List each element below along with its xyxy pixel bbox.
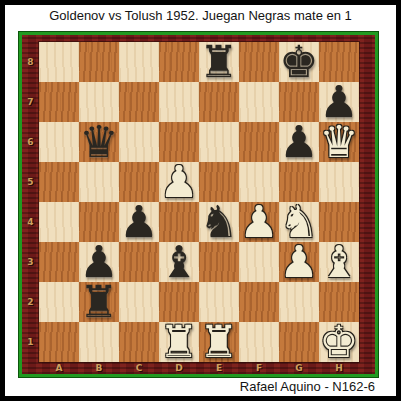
file-label-d: D <box>159 362 199 374</box>
square-b3: ♟ <box>79 242 119 282</box>
square-b7 <box>79 82 119 122</box>
square-c8 <box>119 42 159 82</box>
square-c7 <box>119 82 159 122</box>
square-b1 <box>79 322 119 362</box>
black-rook-b2: ♜ <box>79 282 118 322</box>
square-d5: ♟ <box>159 162 199 202</box>
puzzle-title: Goldenov vs Tolush 1952. Juegan Negras m… <box>0 8 401 23</box>
square-f5 <box>239 162 279 202</box>
white-king-h1: ♚ <box>319 322 358 362</box>
black-pawn-b3: ♟ <box>79 242 118 282</box>
square-g8: ♚ <box>279 42 319 82</box>
square-h1: ♚ <box>319 322 359 362</box>
square-f2 <box>239 282 279 322</box>
square-a2 <box>39 282 79 322</box>
black-knight-e4: ♞ <box>199 202 238 242</box>
square-h4 <box>319 202 359 242</box>
square-a8 <box>39 42 79 82</box>
white-rook-d1: ♜ <box>159 322 198 362</box>
square-g3: ♟ <box>279 242 319 282</box>
rank-label-7: 7 <box>22 82 39 122</box>
square-g4: ♞ <box>279 202 319 242</box>
file-labels: ABCDEFGH <box>39 362 359 374</box>
square-b4 <box>79 202 119 242</box>
square-d2 <box>159 282 199 322</box>
rank-label-8: 8 <box>22 42 39 82</box>
square-a4 <box>39 202 79 242</box>
square-h2 <box>319 282 359 322</box>
white-pawn-d5: ♟ <box>159 162 198 202</box>
file-label-a: A <box>39 362 79 374</box>
white-knight-g4: ♞ <box>279 202 318 242</box>
rank-label-2: 2 <box>22 282 39 322</box>
black-bishop-d3: ♝ <box>159 242 198 282</box>
white-queen-h6: ♛ <box>319 122 358 162</box>
chess-puzzle-card: Goldenov vs Tolush 1952. Juegan Negras m… <box>0 0 401 401</box>
black-queen-b6: ♛ <box>79 122 118 162</box>
file-label-e: E <box>199 362 239 374</box>
square-g2 <box>279 282 319 322</box>
square-b5 <box>79 162 119 202</box>
file-label-h: H <box>319 362 359 374</box>
square-c5 <box>119 162 159 202</box>
square-e6 <box>199 122 239 162</box>
square-a1 <box>39 322 79 362</box>
black-pawn-g6: ♟ <box>279 122 318 162</box>
file-label-f: F <box>239 362 279 374</box>
rank-label-1: 1 <box>22 322 39 362</box>
white-rook-e1: ♜ <box>199 322 238 362</box>
square-h6: ♛ <box>319 122 359 162</box>
black-rook-e8: ♜ <box>199 42 238 82</box>
square-g1 <box>279 322 319 362</box>
white-pawn-g3: ♟ <box>279 242 318 282</box>
square-f3 <box>239 242 279 282</box>
rank-labels: 87654321 <box>22 42 39 362</box>
square-c3 <box>119 242 159 282</box>
square-c4: ♟ <box>119 202 159 242</box>
square-e1: ♜ <box>199 322 239 362</box>
square-h5 <box>319 162 359 202</box>
square-e2 <box>199 282 239 322</box>
square-b2: ♜ <box>79 282 119 322</box>
square-d1: ♜ <box>159 322 199 362</box>
square-e8: ♜ <box>199 42 239 82</box>
square-f1 <box>239 322 279 362</box>
file-label-g: G <box>279 362 319 374</box>
square-e4: ♞ <box>199 202 239 242</box>
chess-board: ♜♚♟♛♟♛♟♟♞♟♞♟♝♟♝♜♜♜♚ <box>39 42 359 362</box>
square-h7: ♟ <box>319 82 359 122</box>
rank-label-3: 3 <box>22 242 39 282</box>
square-b8 <box>79 42 119 82</box>
black-pawn-c4: ♟ <box>119 202 158 242</box>
square-g5 <box>279 162 319 202</box>
rank-label-5: 5 <box>22 162 39 202</box>
square-g7 <box>279 82 319 122</box>
square-f8 <box>239 42 279 82</box>
black-pawn-h7: ♟ <box>319 82 358 122</box>
square-e3 <box>199 242 239 282</box>
square-h8 <box>319 42 359 82</box>
square-e7 <box>199 82 239 122</box>
chess-board-diagram: 87654321 ♜♚♟♛♟♛♟♟♞♟♞♟♝♟♝♜♜♜♚ ABCDEFGH <box>19 32 378 377</box>
square-e5 <box>199 162 239 202</box>
square-c2 <box>119 282 159 322</box>
square-a3 <box>39 242 79 282</box>
square-b6: ♛ <box>79 122 119 162</box>
square-d4 <box>159 202 199 242</box>
white-pawn-f4: ♟ <box>239 202 278 242</box>
black-king-g8: ♚ <box>279 42 318 82</box>
square-c1 <box>119 322 159 362</box>
square-a6 <box>39 122 79 162</box>
rank-label-6: 6 <box>22 122 39 162</box>
square-f7 <box>239 82 279 122</box>
square-f4: ♟ <box>239 202 279 242</box>
square-d8 <box>159 42 199 82</box>
rank-label-4: 4 <box>22 202 39 242</box>
square-d7 <box>159 82 199 122</box>
square-a7 <box>39 82 79 122</box>
file-label-b: B <box>79 362 119 374</box>
white-bishop-h3: ♝ <box>319 242 358 282</box>
square-a5 <box>39 162 79 202</box>
author-caption: Rafael Aquino - N162-6 <box>240 379 375 394</box>
square-f6 <box>239 122 279 162</box>
square-h3: ♝ <box>319 242 359 282</box>
square-c6 <box>119 122 159 162</box>
file-label-c: C <box>119 362 159 374</box>
square-d3: ♝ <box>159 242 199 282</box>
square-g6: ♟ <box>279 122 319 162</box>
square-d6 <box>159 122 199 162</box>
